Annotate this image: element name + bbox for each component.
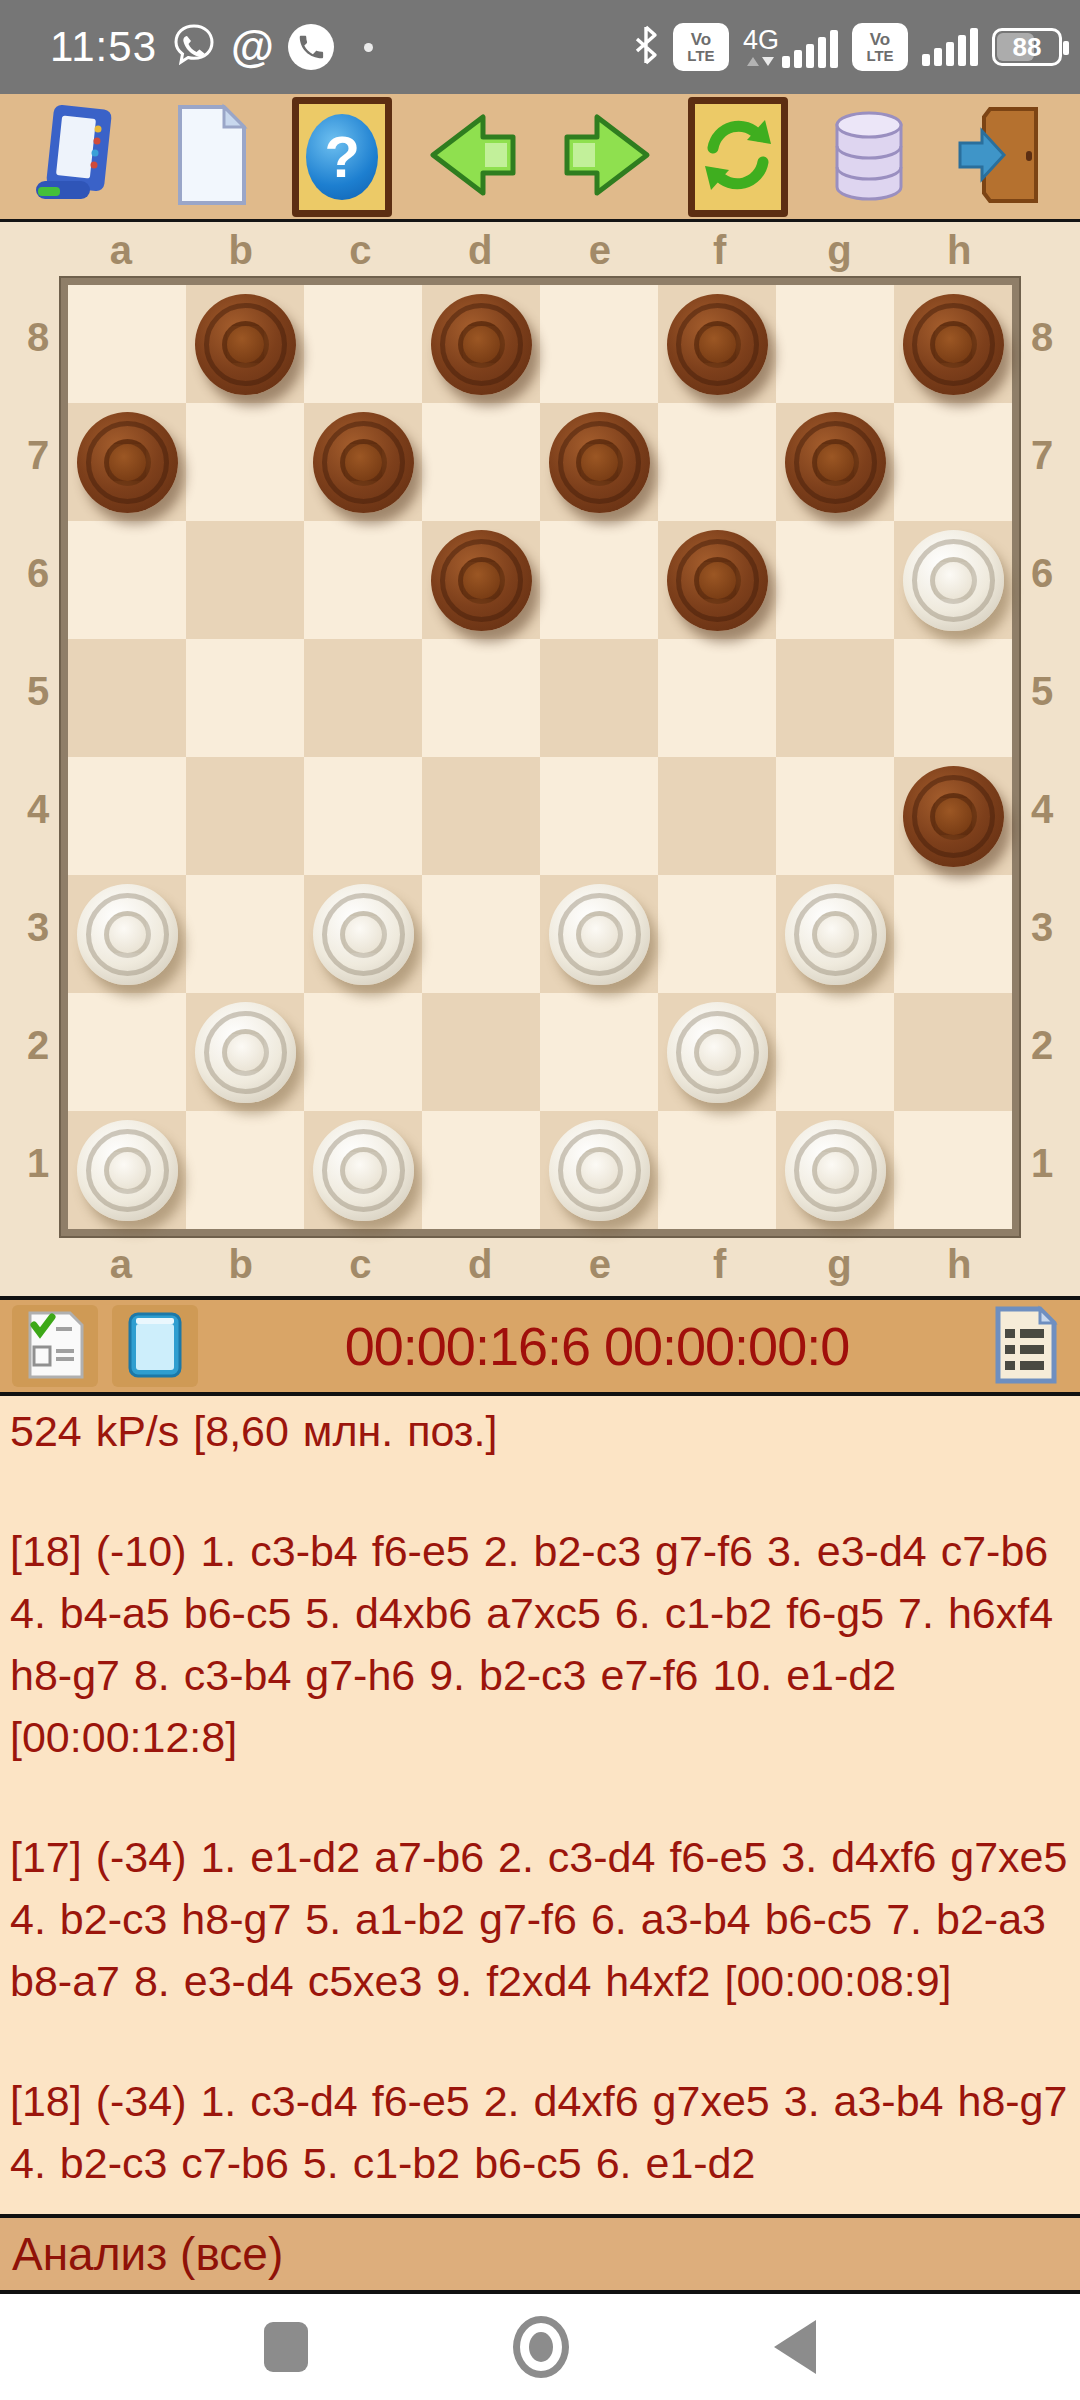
- square-d7[interactable]: [422, 403, 540, 521]
- analysis-output[interactable]: 524 kP/s [8,60 млн. поз.] [18] (-10) 1. …: [0, 1396, 1080, 2218]
- black-man-d6[interactable]: [431, 530, 532, 631]
- refresh-icon: [699, 110, 777, 203]
- square-b4[interactable]: [186, 757, 304, 875]
- square-h8[interactable]: [894, 285, 1012, 403]
- variation-line-3: [18] (-34) 1. c3-d4 f6-e5 2. d4xf6 g7xe5…: [10, 2070, 1070, 2194]
- back-triangle-icon[interactable]: [774, 2320, 816, 2374]
- coord-label-5: 5: [1019, 632, 1065, 750]
- window-icon: [126, 1310, 184, 1383]
- app-screen: 11:53 @ VoLTE: [0, 0, 1080, 2400]
- move-list-icon: [992, 1305, 1058, 1388]
- black-man-f6[interactable]: [667, 530, 768, 631]
- square-b3[interactable]: [186, 875, 304, 993]
- coord-label-f: f: [660, 1242, 780, 1287]
- square-c1[interactable]: [304, 1111, 422, 1229]
- recents-square-icon[interactable]: [264, 2322, 308, 2372]
- analysis-settings-icon: [24, 1309, 86, 1384]
- board-panel-button[interactable]: [26, 99, 130, 215]
- black-man-d8[interactable]: [431, 294, 532, 395]
- coord-label-2: 2: [1019, 986, 1065, 1104]
- coord-label-b: b: [181, 228, 301, 273]
- square-d4[interactable]: [422, 757, 540, 875]
- white-man-a3[interactable]: [77, 884, 178, 985]
- at-icon: @: [231, 22, 274, 72]
- coord-label-1: 1: [15, 1104, 61, 1222]
- white-man-f2[interactable]: [667, 1002, 768, 1103]
- square-h1[interactable]: [894, 1111, 1012, 1229]
- forward-move-button[interactable]: [555, 99, 659, 215]
- battery-percent: 88: [1013, 32, 1042, 63]
- clock-time: 11:53: [50, 23, 157, 71]
- square-d8[interactable]: [422, 285, 540, 403]
- square-e7[interactable]: [540, 403, 658, 521]
- status-left: 11:53 @: [50, 22, 373, 72]
- home-circle-icon[interactable]: [513, 2316, 569, 2378]
- square-a5[interactable]: [68, 639, 186, 757]
- rank-labels-left: 87654321: [15, 278, 61, 1236]
- square-b8[interactable]: [186, 285, 304, 403]
- square-c5[interactable]: [304, 639, 422, 757]
- square-h2[interactable]: [894, 993, 1012, 1111]
- notification-dot: [364, 43, 373, 52]
- rank-labels-right: 87654321: [1019, 278, 1065, 1236]
- square-g6[interactable]: [776, 521, 894, 639]
- coord-label-a: a: [61, 228, 181, 273]
- window-button[interactable]: [112, 1305, 198, 1387]
- black-man-h8[interactable]: [903, 294, 1004, 395]
- square-g2[interactable]: [776, 993, 894, 1111]
- status-right: VoLTE 4G VoLTE 88: [633, 23, 1062, 71]
- refresh-button[interactable]: [688, 97, 788, 217]
- square-f6[interactable]: [658, 521, 776, 639]
- square-f3[interactable]: [658, 875, 776, 993]
- help-button[interactable]: ?: [292, 97, 392, 217]
- exit-button[interactable]: [950, 99, 1054, 215]
- coord-label-g: g: [780, 228, 900, 273]
- viber-icon: [171, 22, 217, 72]
- square-d1[interactable]: [422, 1111, 540, 1229]
- timer-bar: 00:00:16:6 00:00:00:0: [0, 1296, 1080, 1396]
- battery-icon: 88: [992, 28, 1062, 66]
- mode-status-bar: Анализ (все): [0, 2218, 1080, 2294]
- white-man-h6[interactable]: [903, 530, 1004, 631]
- coord-label-e: e: [540, 228, 660, 273]
- coord-label-2: 2: [15, 986, 61, 1104]
- square-g3[interactable]: [776, 875, 894, 993]
- square-c4[interactable]: [304, 757, 422, 875]
- coord-label-1: 1: [1019, 1104, 1065, 1222]
- variation-line-2: [17] (-34) 1. e1-d2 a7-b6 2. c3-d4 f6-e5…: [10, 1826, 1070, 2012]
- square-b6[interactable]: [186, 521, 304, 639]
- white-man-c1[interactable]: [313, 1120, 414, 1221]
- coord-label-d: d: [420, 228, 540, 273]
- square-a6[interactable]: [68, 521, 186, 639]
- coord-label-6: 6: [1019, 514, 1065, 632]
- volte-badge-2: VoLTE: [852, 23, 908, 71]
- board-panel-icon: [32, 103, 124, 210]
- database-icon: [827, 103, 911, 210]
- square-c3[interactable]: [304, 875, 422, 993]
- square-f4[interactable]: [658, 757, 776, 875]
- square-e4[interactable]: [540, 757, 658, 875]
- mode-label: Анализ (все): [12, 2227, 283, 2281]
- square-e2[interactable]: [540, 993, 658, 1111]
- square-g4[interactable]: [776, 757, 894, 875]
- black-man-c7[interactable]: [313, 412, 414, 513]
- white-man-c3[interactable]: [313, 884, 414, 985]
- coord-label-4: 4: [1019, 750, 1065, 868]
- arrow-right-icon: [559, 107, 655, 206]
- new-document-icon: [172, 103, 250, 210]
- black-man-e7[interactable]: [549, 412, 650, 513]
- coord-label-c: c: [301, 228, 421, 273]
- move-list-button[interactable]: [982, 1305, 1068, 1387]
- network-type: 4G: [743, 27, 779, 54]
- analysis-settings-button[interactable]: [12, 1305, 98, 1387]
- coord-label-7: 7: [15, 396, 61, 514]
- black-man-a7[interactable]: [77, 412, 178, 513]
- square-d5[interactable]: [422, 639, 540, 757]
- signal-bars-2: [922, 28, 978, 66]
- square-e8[interactable]: [540, 285, 658, 403]
- square-h6[interactable]: [894, 521, 1012, 639]
- black-man-b8[interactable]: [195, 294, 296, 395]
- square-b5[interactable]: [186, 639, 304, 757]
- black-man-g7[interactable]: [785, 412, 886, 513]
- white-man-e1[interactable]: [549, 1120, 650, 1221]
- variation-line-1: [18] (-10) 1. c3-b4 f6-e5 2. b2-c3 g7-f6…: [10, 1520, 1070, 1768]
- coord-label-5: 5: [15, 632, 61, 750]
- square-e1[interactable]: [540, 1111, 658, 1229]
- white-man-g1[interactable]: [785, 1120, 886, 1221]
- square-f7[interactable]: [658, 403, 776, 521]
- android-nav-bar: [0, 2294, 1080, 2400]
- signal-bars-4g-icon: 4G: [743, 27, 838, 68]
- square-f2[interactable]: [658, 993, 776, 1111]
- white-man-a1[interactable]: [77, 1120, 178, 1221]
- square-c6[interactable]: [304, 521, 422, 639]
- coord-label-4: 4: [15, 750, 61, 868]
- square-c7[interactable]: [304, 403, 422, 521]
- new-document-button[interactable]: [159, 99, 263, 215]
- square-a1[interactable]: [68, 1111, 186, 1229]
- checkers-board[interactable]: [61, 278, 1019, 1236]
- square-b2[interactable]: [186, 993, 304, 1111]
- database-button[interactable]: [817, 99, 921, 215]
- exit-icon: [956, 103, 1048, 210]
- square-d6[interactable]: [422, 521, 540, 639]
- square-c8[interactable]: [304, 285, 422, 403]
- coord-label-c: c: [301, 1242, 421, 1287]
- coord-label-h: h: [899, 1242, 1019, 1287]
- black-man-h4[interactable]: [903, 766, 1004, 867]
- coord-label-e: e: [540, 1242, 660, 1287]
- square-f8[interactable]: [658, 285, 776, 403]
- square-g7[interactable]: [776, 403, 894, 521]
- clock-display: 00:00:16:6 00:00:00:0: [212, 1315, 982, 1377]
- square-g8[interactable]: [776, 285, 894, 403]
- engine-speed-line: 524 kP/s [8,60 млн. поз.]: [10, 1400, 1070, 1462]
- coord-label-6: 6: [15, 514, 61, 632]
- call-icon: [288, 24, 334, 70]
- square-a3[interactable]: [68, 875, 186, 993]
- black-man-f8[interactable]: [667, 294, 768, 395]
- square-a4[interactable]: [68, 757, 186, 875]
- status-bar: 11:53 @ VoLTE: [0, 0, 1080, 94]
- square-a8[interactable]: [68, 285, 186, 403]
- square-f1[interactable]: [658, 1111, 776, 1229]
- square-g1[interactable]: [776, 1111, 894, 1229]
- signal-bars: [782, 30, 838, 68]
- coord-label-8: 8: [15, 278, 61, 396]
- coord-label-d: d: [420, 1242, 540, 1287]
- square-e3[interactable]: [540, 875, 658, 993]
- white-man-e3[interactable]: [549, 884, 650, 985]
- square-e5[interactable]: [540, 639, 658, 757]
- coord-label-a: a: [61, 1242, 181, 1287]
- coord-label-7: 7: [1019, 396, 1065, 514]
- volte-badge: VoLTE: [673, 23, 729, 71]
- bluetooth-icon: [633, 24, 659, 70]
- coord-label-g: g: [780, 1242, 900, 1287]
- coord-label-3: 3: [1019, 868, 1065, 986]
- square-h3[interactable]: [894, 875, 1012, 993]
- white-man-g3[interactable]: [785, 884, 886, 985]
- square-d2[interactable]: [422, 993, 540, 1111]
- square-b1[interactable]: [186, 1111, 304, 1229]
- coord-label-8: 8: [1019, 278, 1065, 396]
- coord-label-b: b: [181, 1242, 301, 1287]
- coord-label-h: h: [899, 228, 1019, 273]
- square-a7[interactable]: [68, 403, 186, 521]
- file-labels-bottom: abcdefgh: [61, 1236, 1019, 1292]
- toolbar: ?: [0, 94, 1080, 222]
- square-h4[interactable]: [894, 757, 1012, 875]
- help-icon: ?: [306, 114, 378, 200]
- file-labels-top: abcdefgh: [61, 222, 1019, 278]
- square-c2[interactable]: [304, 993, 422, 1111]
- board-region: abcdefgh 87654321 87654321 abcdefgh: [0, 222, 1080, 1296]
- square-h7[interactable]: [894, 403, 1012, 521]
- white-man-b2[interactable]: [195, 1002, 296, 1103]
- arrow-left-icon: [425, 107, 521, 206]
- square-f5[interactable]: [658, 639, 776, 757]
- square-d3[interactable]: [422, 875, 540, 993]
- square-b7[interactable]: [186, 403, 304, 521]
- coord-label-f: f: [660, 228, 780, 273]
- square-e6[interactable]: [540, 521, 658, 639]
- back-move-button[interactable]: [421, 99, 525, 215]
- square-g5[interactable]: [776, 639, 894, 757]
- coord-label-3: 3: [15, 868, 61, 986]
- square-a2[interactable]: [68, 993, 186, 1111]
- square-h5[interactable]: [894, 639, 1012, 757]
